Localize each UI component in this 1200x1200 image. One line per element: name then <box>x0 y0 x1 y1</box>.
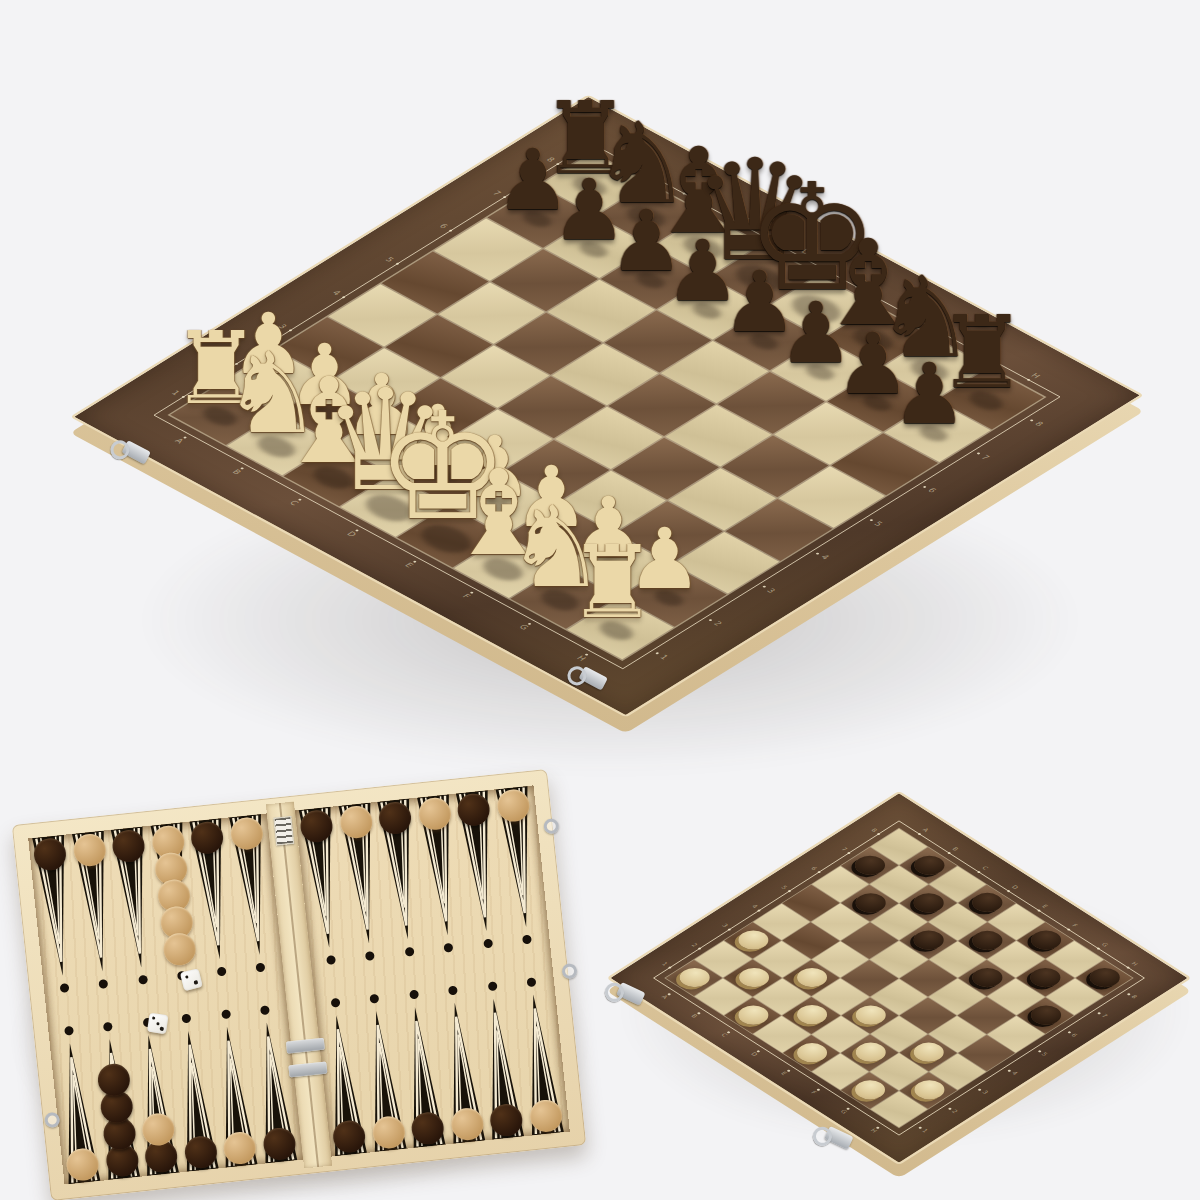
frame-marker-dot <box>846 851 850 854</box>
coordinate-label: 7 <box>1100 1014 1108 1019</box>
point-marker-dot <box>365 951 375 961</box>
coordinate-label: 3 <box>980 1090 988 1095</box>
frame-marker-dot <box>977 871 981 874</box>
point-marker-dot <box>448 985 458 995</box>
frame-marker-dot <box>1067 928 1071 931</box>
point-marker-dot <box>181 1014 191 1024</box>
point-marker-dot <box>409 990 419 1000</box>
frame-marker-dot <box>947 851 951 854</box>
frame-marker-dot <box>1007 890 1011 893</box>
coordinate-label: F <box>1070 923 1078 928</box>
frame-marker-dot <box>655 652 659 654</box>
die-pip <box>156 1021 160 1025</box>
frame-marker-dot <box>869 519 873 521</box>
coordinate-label: 6 <box>810 866 818 871</box>
coordinate-label: B <box>690 1014 698 1019</box>
frame-marker-dot <box>395 262 399 264</box>
point-marker-dot <box>522 934 532 944</box>
coordinate-label: E <box>1040 904 1048 909</box>
frame-marker-dot <box>757 909 761 912</box>
frame-marker-dot <box>817 871 821 874</box>
frame-marker-dot <box>917 832 921 835</box>
coordinate-label: 7 <box>840 847 848 852</box>
coordinate-label: 4 <box>1010 1071 1018 1076</box>
product-photo-scene: ♜♞♝♛♚♝♞♜♟♟♟♟♟♟♟♟♟♟♟♟♟♟♟♟♜♞♝♛♚♝♞♜AA88BB77… <box>0 0 1200 1200</box>
coordinate-label: A <box>921 828 929 833</box>
point-marker-dot <box>527 977 537 987</box>
point-marker-dot <box>330 998 340 1008</box>
coordinate-label: 8 <box>1033 421 1044 428</box>
piece-white-rook: ♜ <box>512 533 712 633</box>
die-pip <box>194 980 198 984</box>
frame-marker-dot <box>667 966 671 969</box>
coordinate-label: 6 <box>437 223 448 230</box>
die-pip <box>185 975 189 979</box>
coordinate-label: 4 <box>330 290 341 297</box>
frame-marker-dot <box>922 485 926 487</box>
frame-marker-dot <box>977 1088 981 1091</box>
coordinate-label: 1 <box>660 962 668 967</box>
coordinate-label: 5 <box>872 521 883 528</box>
frame-marker-dot <box>876 832 880 835</box>
coordinate-label: C <box>720 1033 728 1038</box>
coordinate-label: 4 <box>819 554 830 561</box>
coordinate-label: 4 <box>750 904 758 909</box>
backgammon-box <box>12 769 587 1200</box>
coordinate-label: B <box>951 847 959 852</box>
frame-marker-dot <box>727 928 731 931</box>
frame-marker-dot <box>697 947 701 950</box>
frame-marker-dot <box>1127 966 1131 969</box>
coordinate-label: G <box>839 1109 848 1115</box>
coordinate-label: 5 <box>384 256 395 263</box>
coordinate-label: 3 <box>720 924 728 929</box>
coordinate-label: 7 <box>980 454 991 461</box>
coordinate-label: 6 <box>1070 1033 1078 1038</box>
point-marker-dot <box>138 975 148 985</box>
point-marker-dot <box>103 1022 113 1032</box>
point-marker-dot <box>483 939 493 949</box>
coordinate-label: D <box>1010 885 1019 891</box>
frame-marker-dot <box>1037 1050 1041 1053</box>
point-marker-dot <box>216 967 226 977</box>
point-marker-dot <box>260 1005 270 1015</box>
point-marker-dot <box>98 979 108 989</box>
metal-clasp <box>543 818 559 834</box>
coordinate-label: F <box>809 1090 817 1095</box>
frame-marker-dot <box>917 1126 921 1129</box>
coordinate-label: 8 <box>869 828 877 833</box>
coordinate-label: E <box>779 1071 787 1076</box>
backgammon-right-panel <box>295 785 570 1156</box>
point-marker-dot <box>221 1009 231 1019</box>
backgammon-left-panel <box>28 813 303 1184</box>
frame-marker-dot <box>815 552 819 554</box>
coordinate-label: G <box>1100 942 1109 948</box>
coordinate-label: 6 <box>926 487 937 494</box>
frame-marker-dot <box>448 229 452 231</box>
frame-marker-dot <box>1097 1012 1101 1015</box>
point-marker-dot <box>256 962 266 972</box>
coordinate-label: 1 <box>658 654 669 661</box>
frame-marker-dot <box>947 1107 951 1110</box>
coordinate-label: H <box>1130 961 1139 967</box>
coordinate-label: 1 <box>920 1128 928 1133</box>
coordinate-label: 2 <box>690 943 698 948</box>
coordinate-label: C <box>980 866 988 871</box>
frame-marker-dot <box>1007 1069 1011 1072</box>
die-pip <box>152 1016 156 1020</box>
checker-dark <box>1083 964 1125 991</box>
coordinate-label: 5 <box>780 885 788 890</box>
frame-marker-dot <box>976 452 980 454</box>
point-marker-dot <box>326 955 336 965</box>
frame-marker-dot <box>1127 993 1131 996</box>
coordinate-label: H <box>575 655 587 662</box>
frame-marker-dot <box>787 890 791 893</box>
die-showing-3 <box>147 1013 168 1034</box>
die-pip <box>160 1027 164 1031</box>
label-sticker <box>273 816 294 846</box>
point-marker-dot <box>59 983 69 993</box>
coordinate-label: 2 <box>950 1109 958 1114</box>
frame-marker-dot <box>341 296 345 298</box>
coordinate-label: H <box>869 1128 878 1134</box>
coordinate-label: A <box>660 995 668 1000</box>
coordinate-label: 3 <box>765 587 776 594</box>
coordinate-label: D <box>749 1052 758 1058</box>
coordinate-label: 2 <box>712 620 723 627</box>
die-showing-2 <box>180 968 203 991</box>
coordinate-label: 5 <box>1040 1052 1048 1057</box>
point-marker-dot <box>487 981 497 991</box>
point-marker-dot <box>369 994 379 1004</box>
square-h1: ♜ <box>567 597 674 659</box>
frame-marker-dot <box>1097 947 1101 950</box>
frame-marker-dot <box>1067 1031 1071 1034</box>
backgammon-board <box>12 769 587 1200</box>
point-marker-dot <box>404 947 414 957</box>
frame-marker-dot <box>1037 909 1041 912</box>
piece-black-pawn: ♟ <box>829 352 1029 436</box>
point-marker-dot <box>443 943 453 953</box>
point-marker-dot <box>64 1026 74 1036</box>
coordinate-label: 8 <box>1130 994 1138 999</box>
frame-marker-dot <box>1029 419 1033 421</box>
